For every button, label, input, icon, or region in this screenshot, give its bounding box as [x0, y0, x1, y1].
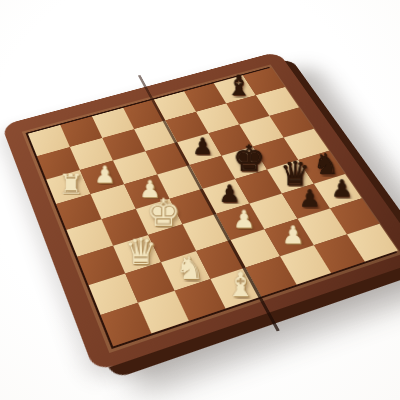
square-f6[interactable] [209, 125, 253, 156]
square-d8[interactable] [123, 100, 165, 130]
square-f5[interactable]: ♚ [222, 147, 268, 180]
black-pawn[interactable]: ♟ [218, 182, 240, 206]
square-h6[interactable] [269, 107, 313, 137]
square-f8[interactable] [184, 83, 226, 112]
white-queen[interactable]: ♛ [124, 233, 157, 269]
square-e7[interactable] [165, 112, 208, 142]
square-g5[interactable] [253, 137, 299, 169]
square-h5[interactable] [284, 129, 330, 160]
square-d7[interactable] [134, 120, 177, 151]
square-e6[interactable]: ♟ [177, 133, 221, 165]
square-g8[interactable]: ♝ [214, 75, 256, 103]
black-bishop[interactable]: ♝ [226, 72, 252, 100]
black-king[interactable]: ♚ [232, 141, 265, 177]
white-bishop[interactable]: ♝ [225, 268, 256, 302]
square-h7[interactable] [256, 87, 299, 116]
white-pawn[interactable]: ♟ [94, 163, 115, 186]
folding-chess-board: ♝♜♟♟♟♚♚♟♛♞♛♟♟♟♞♟♝ [1, 51, 400, 372]
square-e8[interactable] [154, 91, 196, 120]
black-pawn[interactable]: ♟ [192, 135, 213, 158]
square-b8[interactable] [60, 116, 102, 147]
square-d6[interactable] [145, 142, 189, 174]
square-f2[interactable]: ♟ [264, 219, 313, 256]
white-rook[interactable]: ♜ [58, 170, 83, 198]
square-c8[interactable] [92, 108, 134, 138]
square-g6[interactable] [239, 116, 283, 147]
square-f7[interactable] [196, 103, 239, 133]
black-pawn[interactable]: ♟ [298, 187, 320, 211]
chess-set-scene: ♝♜♟♟♟♚♚♟♛♞♛♟♟♟♞♟♝ [44, 32, 356, 344]
square-a8[interactable] [28, 125, 70, 156]
black-pawn[interactable]: ♟ [330, 177, 352, 201]
square-g7[interactable] [226, 95, 269, 124]
square-h8[interactable] [243, 68, 285, 96]
white-pawn[interactable]: ♟ [232, 207, 254, 231]
white-knight[interactable]: ♞ [175, 252, 204, 284]
chess-board-grid: ♝♜♟♟♟♚♚♟♛♞♛♟♟♟♞♟♝ [25, 67, 397, 349]
square-b6[interactable]: ♟ [80, 161, 124, 195]
square-b7[interactable] [70, 138, 113, 170]
white-pawn[interactable]: ♟ [281, 223, 304, 248]
square-c7[interactable] [102, 129, 145, 160]
